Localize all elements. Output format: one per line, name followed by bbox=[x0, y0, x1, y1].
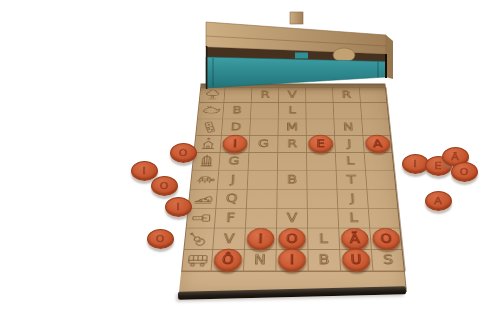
loose-vowel-token-left[interactable]: I bbox=[165, 197, 192, 217]
scene: RVR BL DMN IGREJA GL JBT QJ FVL bbox=[0, 0, 500, 327]
token-letter: I bbox=[413, 160, 416, 168]
loose-vowel-token-right[interactable]: O bbox=[451, 162, 478, 182]
loose-vowel-token-left[interactable]: O bbox=[151, 176, 178, 196]
loose-vowel-token-left[interactable]: O bbox=[147, 229, 174, 249]
token-letter: O bbox=[460, 168, 469, 176]
token-letter: O bbox=[179, 149, 188, 157]
loose-vowel-token-right[interactable]: A bbox=[425, 191, 452, 211]
token-letter: O bbox=[160, 182, 169, 190]
box-joint-tab bbox=[290, 12, 303, 24]
token-letter: A bbox=[434, 197, 442, 205]
loose-vowel-token-left[interactable]: I bbox=[131, 161, 158, 181]
token-letter: O bbox=[156, 235, 165, 243]
box-front-tab bbox=[295, 53, 308, 59]
loose-vowel-token-left[interactable]: O bbox=[170, 143, 197, 163]
box-right-end bbox=[386, 35, 393, 79]
disc-inside-box[interactable] bbox=[333, 48, 355, 62]
token-letter: E bbox=[435, 162, 442, 170]
token-letter: Ã bbox=[451, 153, 459, 161]
box-teal-front bbox=[206, 57, 386, 88]
token-letter: I bbox=[142, 167, 145, 175]
token-letter: I bbox=[176, 203, 179, 211]
